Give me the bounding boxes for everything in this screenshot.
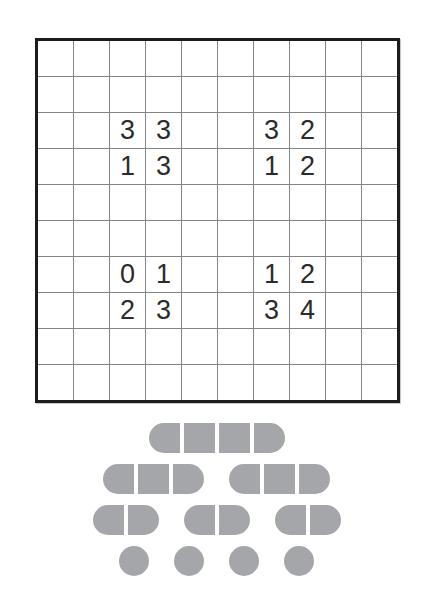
ship-stern-segment (128, 505, 159, 535)
cell-r3c3: 3 (146, 149, 181, 184)
cell-r4c0[interactable] (38, 185, 73, 220)
cell-r0c4[interactable] (182, 41, 217, 76)
ship-size-3 (229, 464, 330, 494)
cell-r8c7[interactable] (290, 329, 325, 364)
cell-r8c0[interactable] (38, 329, 73, 364)
cell-r7c6: 3 (254, 293, 289, 328)
cell-r9c6[interactable] (254, 365, 289, 400)
cell-r5c0[interactable] (38, 221, 73, 256)
cell-r9c2[interactable] (110, 365, 145, 400)
cell-r2c0[interactable] (38, 113, 73, 148)
ship-single-segment (229, 546, 259, 576)
cell-r6c8[interactable] (326, 257, 361, 292)
cell-r5c5[interactable] (218, 221, 253, 256)
cell-r3c8[interactable] (326, 149, 361, 184)
cell-r5c2[interactable] (110, 221, 145, 256)
cell-r2c7: 2 (290, 113, 325, 148)
cell-r4c5[interactable] (218, 185, 253, 220)
ship-mid-segment (184, 423, 215, 453)
cell-r3c7: 2 (290, 149, 325, 184)
cell-r8c8[interactable] (326, 329, 361, 364)
cell-r1c0[interactable] (38, 77, 73, 112)
ship-mid-segment (219, 423, 250, 453)
cell-r7c7: 4 (290, 293, 325, 328)
cell-r7c0[interactable] (38, 293, 73, 328)
cell-r5c8[interactable] (326, 221, 361, 256)
cell-r7c3: 3 (146, 293, 181, 328)
cell-r9c3[interactable] (146, 365, 181, 400)
ship-size-3 (103, 464, 204, 494)
cell-r8c3[interactable] (146, 329, 181, 364)
cell-r8c6[interactable] (254, 329, 289, 364)
ship-bow-segment (184, 505, 215, 535)
cell-r1c6[interactable] (254, 77, 289, 112)
fleet-row-size-1 (0, 546, 433, 576)
cell-r2c9[interactable] (362, 113, 397, 148)
cell-r4c1[interactable] (74, 185, 109, 220)
ship-bow-segment (149, 423, 180, 453)
cell-r8c4[interactable] (182, 329, 217, 364)
cell-r5c4[interactable] (182, 221, 217, 256)
cell-r3c9[interactable] (362, 149, 397, 184)
cell-r7c9[interactable] (362, 293, 397, 328)
ship-bow-segment (229, 464, 260, 494)
cell-r3c4[interactable] (182, 149, 217, 184)
cell-r2c5[interactable] (218, 113, 253, 148)
ship-size-2 (93, 505, 159, 535)
cell-r2c6: 3 (254, 113, 289, 148)
cell-r3c6: 1 (254, 149, 289, 184)
cell-r2c2: 3 (110, 113, 145, 148)
cell-r4c6[interactable] (254, 185, 289, 220)
cell-r9c4[interactable] (182, 365, 217, 400)
cell-r0c3[interactable] (146, 41, 181, 76)
cell-r8c1[interactable] (74, 329, 109, 364)
ship-single-segment (119, 546, 149, 576)
ship-size-1 (174, 546, 204, 576)
cell-r1c5[interactable] (218, 77, 253, 112)
ship-stern-segment (310, 505, 341, 535)
ship-mid-segment (138, 464, 169, 494)
cell-r0c0[interactable] (38, 41, 73, 76)
cell-r7c8[interactable] (326, 293, 361, 328)
cell-r7c5[interactable] (218, 293, 253, 328)
cell-r5c7[interactable] (290, 221, 325, 256)
cell-r2c3: 3 (146, 113, 181, 148)
cell-r8c9[interactable] (362, 329, 397, 364)
puzzle-page: 3332131201122334 (0, 0, 433, 608)
cell-r0c1[interactable] (74, 41, 109, 76)
cell-r9c5[interactable] (218, 365, 253, 400)
cell-r2c8[interactable] (326, 113, 361, 148)
cell-r0c2[interactable] (110, 41, 145, 76)
cell-r4c9[interactable] (362, 185, 397, 220)
ship-single-segment (284, 546, 314, 576)
cell-r4c2[interactable] (110, 185, 145, 220)
cell-r1c7[interactable] (290, 77, 325, 112)
cell-r6c6: 1 (254, 257, 289, 292)
cell-r3c0[interactable] (38, 149, 73, 184)
cell-r1c1[interactable] (74, 77, 109, 112)
cell-r6c7: 2 (290, 257, 325, 292)
cell-r1c3[interactable] (146, 77, 181, 112)
ship-bow-segment (103, 464, 134, 494)
cell-r7c4[interactable] (182, 293, 217, 328)
cell-r5c6[interactable] (254, 221, 289, 256)
cell-r7c2: 2 (110, 293, 145, 328)
cell-r7c1[interactable] (74, 293, 109, 328)
puzzle-grid: 3332131201122334 (35, 38, 400, 403)
fleet-row-size-3 (0, 464, 433, 494)
cell-r9c9[interactable] (362, 365, 397, 400)
ship-size-1 (284, 546, 314, 576)
cell-r9c0[interactable] (38, 365, 73, 400)
cell-r0c6[interactable] (254, 41, 289, 76)
cell-r3c1[interactable] (74, 149, 109, 184)
cell-r2c1[interactable] (74, 113, 109, 148)
fleet-tray (0, 423, 433, 576)
cell-r0c7[interactable] (290, 41, 325, 76)
cell-r8c5[interactable] (218, 329, 253, 364)
cell-r1c9[interactable] (362, 77, 397, 112)
cell-r1c4[interactable] (182, 77, 217, 112)
cell-r4c8[interactable] (326, 185, 361, 220)
cell-r5c1[interactable] (74, 221, 109, 256)
cell-r6c9[interactable] (362, 257, 397, 292)
cell-r1c8[interactable] (326, 77, 361, 112)
cell-r3c2: 1 (110, 149, 145, 184)
cell-r0c5[interactable] (218, 41, 253, 76)
ship-size-1 (229, 546, 259, 576)
ship-single-segment (174, 546, 204, 576)
cell-r6c1[interactable] (74, 257, 109, 292)
cell-r6c3: 1 (146, 257, 181, 292)
cell-r0c9[interactable] (362, 41, 397, 76)
ship-size-4 (149, 423, 285, 453)
cell-r8c2[interactable] (110, 329, 145, 364)
cell-r4c3[interactable] (146, 185, 181, 220)
ship-size-2 (275, 505, 341, 535)
cell-r4c4[interactable] (182, 185, 217, 220)
ship-stern-segment (219, 505, 250, 535)
cell-r6c4[interactable] (182, 257, 217, 292)
cell-r6c0[interactable] (38, 257, 73, 292)
cell-r0c8[interactable] (326, 41, 361, 76)
fleet-row-size-2 (0, 505, 433, 535)
ship-stern-segment (299, 464, 330, 494)
cell-r9c1[interactable] (74, 365, 109, 400)
ship-bow-segment (93, 505, 124, 535)
ship-mid-segment (264, 464, 295, 494)
cell-r9c8[interactable] (326, 365, 361, 400)
cell-r6c5[interactable] (218, 257, 253, 292)
cell-r5c3[interactable] (146, 221, 181, 256)
ship-stern-segment (173, 464, 204, 494)
cell-r1c2[interactable] (110, 77, 145, 112)
ship-stern-segment (254, 423, 285, 453)
fleet-row-size-4 (0, 423, 433, 453)
cell-r6c2: 0 (110, 257, 145, 292)
cell-r9c7[interactable] (290, 365, 325, 400)
cell-r5c9[interactable] (362, 221, 397, 256)
cell-r3c5[interactable] (218, 149, 253, 184)
cell-r2c4[interactable] (182, 113, 217, 148)
ship-size-2 (184, 505, 250, 535)
ship-bow-segment (275, 505, 306, 535)
cell-r4c7[interactable] (290, 185, 325, 220)
ship-size-1 (119, 546, 149, 576)
